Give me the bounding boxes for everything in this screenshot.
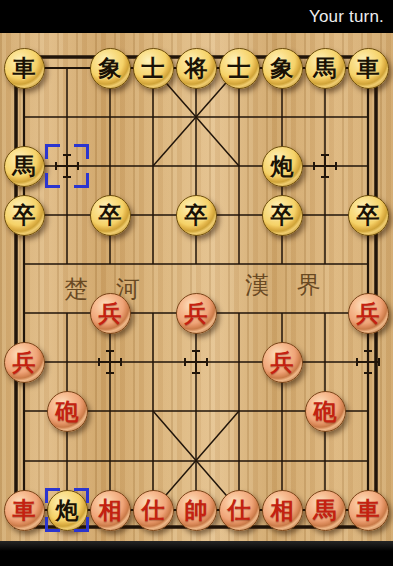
red-chariot[interactable]: 車 [348, 490, 389, 531]
black-general[interactable]: 将 [176, 48, 217, 89]
black-horse[interactable]: 馬 [305, 48, 346, 89]
black-cannon[interactable]: 炮 [47, 490, 88, 531]
black-advisor[interactable]: 士 [133, 48, 174, 89]
red-chariot[interactable]: 車 [4, 490, 45, 531]
red-elephant[interactable]: 相 [262, 490, 303, 531]
red-pawn[interactable]: 兵 [176, 293, 217, 334]
red-pawn[interactable]: 兵 [262, 342, 303, 383]
black-chariot[interactable]: 車 [4, 48, 45, 89]
status-text: Your turn. [309, 7, 384, 27]
board-grid [0, 33, 393, 541]
black-pawn[interactable]: 卒 [90, 195, 131, 236]
red-cannon[interactable]: 砲 [305, 391, 346, 432]
red-advisor[interactable]: 仕 [219, 490, 260, 531]
red-pawn[interactable]: 兵 [90, 293, 131, 334]
red-advisor[interactable]: 仕 [133, 490, 174, 531]
red-horse[interactable]: 馬 [305, 490, 346, 531]
red-elephant[interactable]: 相 [90, 490, 131, 531]
red-pawn[interactable]: 兵 [348, 293, 389, 334]
black-pawn[interactable]: 卒 [348, 195, 389, 236]
xiangqi-board[interactable]: 楚 河 漢 界 車象士将士象馬車馬炮卒卒卒卒卒炮兵兵兵兵兵砲砲車相仕帥仕相馬車 [0, 33, 393, 541]
black-pawn[interactable]: 卒 [262, 195, 303, 236]
black-elephant[interactable]: 象 [262, 48, 303, 89]
point-marker [56, 155, 78, 177]
black-cannon[interactable]: 炮 [262, 146, 303, 187]
bottom-bar [0, 541, 393, 566]
black-pawn[interactable]: 卒 [176, 195, 217, 236]
status-bar: Your turn. [0, 0, 393, 33]
black-elephant[interactable]: 象 [90, 48, 131, 89]
black-chariot[interactable]: 車 [348, 48, 389, 89]
point-marker [314, 155, 336, 177]
red-pawn[interactable]: 兵 [4, 342, 45, 383]
black-horse[interactable]: 馬 [4, 146, 45, 187]
black-pawn[interactable]: 卒 [4, 195, 45, 236]
black-advisor[interactable]: 士 [219, 48, 260, 89]
point-marker [99, 351, 121, 373]
river-label-right: 漢 界 [245, 269, 331, 301]
red-cannon[interactable]: 砲 [47, 391, 88, 432]
point-marker [185, 351, 207, 373]
app-screen: Your turn. 楚 河 漢 界 車象士将士象馬車馬炮卒卒卒卒卒炮兵兵兵兵兵… [0, 0, 393, 566]
red-general[interactable]: 帥 [176, 490, 217, 531]
